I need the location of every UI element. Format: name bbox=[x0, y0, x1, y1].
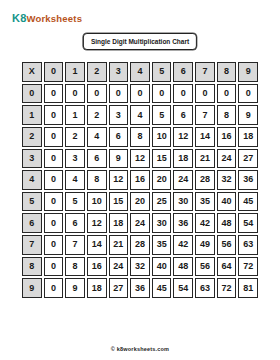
product-cell: 14 bbox=[195, 127, 215, 147]
product-cell: 0 bbox=[109, 84, 129, 104]
row-header-cell: 6 bbox=[22, 213, 42, 233]
product-cell: 0 bbox=[195, 84, 215, 104]
row-header-cell: 2 bbox=[22, 127, 42, 147]
product-cell: 4 bbox=[130, 105, 150, 125]
product-cell: 18 bbox=[238, 127, 258, 147]
product-cell: 28 bbox=[195, 170, 215, 190]
col-header-cell: 2 bbox=[87, 62, 107, 82]
product-cell: 12 bbox=[87, 213, 107, 233]
product-cell: 14 bbox=[87, 235, 107, 255]
product-cell: 64 bbox=[217, 257, 237, 277]
product-cell: 0 bbox=[44, 257, 64, 277]
worksheet-title: Single Digit Multiplication Chart bbox=[83, 33, 197, 50]
product-cell: 0 bbox=[65, 84, 85, 104]
product-cell: 35 bbox=[195, 192, 215, 212]
product-cell: 10 bbox=[87, 192, 107, 212]
product-cell: 8 bbox=[65, 257, 85, 277]
k8worksheets-logo: K8Worksheets bbox=[12, 8, 82, 26]
product-cell: 32 bbox=[217, 170, 237, 190]
product-cell: 24 bbox=[130, 213, 150, 233]
product-cell: 40 bbox=[217, 192, 237, 212]
product-cell: 48 bbox=[217, 213, 237, 233]
product-cell: 7 bbox=[65, 235, 85, 255]
product-cell: 6 bbox=[65, 213, 85, 233]
logo-k8-text: K8 bbox=[12, 12, 26, 24]
product-cell: 0 bbox=[44, 235, 64, 255]
product-cell: 49 bbox=[195, 235, 215, 255]
product-cell: 28 bbox=[130, 235, 150, 255]
product-cell: 0 bbox=[44, 213, 64, 233]
product-cell: 72 bbox=[217, 278, 237, 298]
product-cell: 0 bbox=[44, 84, 64, 104]
product-cell: 24 bbox=[109, 257, 129, 277]
product-cell: 6 bbox=[109, 127, 129, 147]
row-header-cell: 0 bbox=[22, 84, 42, 104]
product-cell: 0 bbox=[44, 278, 64, 298]
product-cell: 32 bbox=[130, 257, 150, 277]
row-header-cell: 9 bbox=[22, 278, 42, 298]
product-cell: 0 bbox=[152, 84, 172, 104]
product-cell: 45 bbox=[152, 278, 172, 298]
product-cell: 36 bbox=[130, 278, 150, 298]
product-cell: 21 bbox=[109, 235, 129, 255]
product-cell: 36 bbox=[238, 170, 258, 190]
product-cell: 12 bbox=[109, 170, 129, 190]
product-cell: 0 bbox=[44, 192, 64, 212]
col-header-cell: 9 bbox=[238, 62, 258, 82]
product-cell: 16 bbox=[217, 127, 237, 147]
product-cell: 36 bbox=[173, 213, 193, 233]
row-header-cell: 5 bbox=[22, 192, 42, 212]
row-header-cell: 8 bbox=[22, 257, 42, 277]
product-cell: 9 bbox=[238, 105, 258, 125]
product-cell: 0 bbox=[44, 105, 64, 125]
footer-copyright: © k8worksheets.com bbox=[0, 346, 280, 352]
product-cell: 24 bbox=[173, 170, 193, 190]
product-cell: 15 bbox=[152, 149, 172, 169]
product-cell: 0 bbox=[238, 84, 258, 104]
product-cell: 27 bbox=[109, 278, 129, 298]
product-cell: 72 bbox=[238, 257, 258, 277]
product-cell: 15 bbox=[109, 192, 129, 212]
product-cell: 20 bbox=[152, 170, 172, 190]
corner-cell: X bbox=[22, 62, 42, 82]
product-cell: 2 bbox=[65, 127, 85, 147]
product-cell: 6 bbox=[173, 105, 193, 125]
col-header-cell: 7 bbox=[195, 62, 215, 82]
row-header-cell: 1 bbox=[22, 105, 42, 125]
product-cell: 45 bbox=[238, 192, 258, 212]
product-cell: 25 bbox=[152, 192, 172, 212]
product-cell: 30 bbox=[152, 213, 172, 233]
product-cell: 5 bbox=[65, 192, 85, 212]
product-cell: 8 bbox=[87, 170, 107, 190]
col-header-cell: 1 bbox=[65, 62, 85, 82]
product-cell: 54 bbox=[238, 213, 258, 233]
product-cell: 56 bbox=[217, 235, 237, 255]
col-header-cell: 3 bbox=[109, 62, 129, 82]
product-cell: 16 bbox=[130, 170, 150, 190]
product-cell: 18 bbox=[87, 278, 107, 298]
product-cell: 3 bbox=[65, 149, 85, 169]
product-cell: 4 bbox=[87, 127, 107, 147]
product-cell: 9 bbox=[109, 149, 129, 169]
row-header-cell: 7 bbox=[22, 235, 42, 255]
product-cell: 42 bbox=[195, 213, 215, 233]
product-cell: 10 bbox=[152, 127, 172, 147]
col-header-cell: 0 bbox=[44, 62, 64, 82]
product-cell: 0 bbox=[44, 170, 64, 190]
product-cell: 4 bbox=[65, 170, 85, 190]
product-cell: 40 bbox=[152, 257, 172, 277]
product-cell: 20 bbox=[130, 192, 150, 212]
product-cell: 48 bbox=[173, 257, 193, 277]
product-cell: 7 bbox=[195, 105, 215, 125]
col-header-cell: 8 bbox=[217, 62, 237, 82]
product-cell: 42 bbox=[173, 235, 193, 255]
product-cell: 0 bbox=[44, 127, 64, 147]
product-cell: 0 bbox=[217, 84, 237, 104]
product-cell: 0 bbox=[173, 84, 193, 104]
multiplication-grid: X012345678900000000000101234567892024681… bbox=[22, 62, 258, 298]
product-cell: 18 bbox=[173, 149, 193, 169]
col-header-cell: 4 bbox=[130, 62, 150, 82]
product-cell: 3 bbox=[109, 105, 129, 125]
product-cell: 0 bbox=[44, 149, 64, 169]
product-cell: 1 bbox=[65, 105, 85, 125]
product-cell: 63 bbox=[238, 235, 258, 255]
product-cell: 27 bbox=[238, 149, 258, 169]
row-header-cell: 3 bbox=[22, 149, 42, 169]
col-header-cell: 6 bbox=[173, 62, 193, 82]
product-cell: 12 bbox=[130, 149, 150, 169]
product-cell: 2 bbox=[87, 105, 107, 125]
product-cell: 6 bbox=[87, 149, 107, 169]
product-cell: 35 bbox=[152, 235, 172, 255]
product-cell: 56 bbox=[195, 257, 215, 277]
product-cell: 8 bbox=[217, 105, 237, 125]
product-cell: 54 bbox=[173, 278, 193, 298]
product-cell: 81 bbox=[238, 278, 258, 298]
product-cell: 8 bbox=[130, 127, 150, 147]
logo-worksheets-text: Worksheets bbox=[26, 13, 82, 24]
product-cell: 0 bbox=[130, 84, 150, 104]
product-cell: 16 bbox=[87, 257, 107, 277]
product-cell: 5 bbox=[152, 105, 172, 125]
product-cell: 0 bbox=[87, 84, 107, 104]
product-cell: 21 bbox=[195, 149, 215, 169]
product-cell: 63 bbox=[195, 278, 215, 298]
product-cell: 30 bbox=[173, 192, 193, 212]
product-cell: 18 bbox=[109, 213, 129, 233]
col-header-cell: 5 bbox=[152, 62, 172, 82]
row-header-cell: 4 bbox=[22, 170, 42, 190]
product-cell: 9 bbox=[65, 278, 85, 298]
product-cell: 24 bbox=[217, 149, 237, 169]
product-cell: 12 bbox=[173, 127, 193, 147]
